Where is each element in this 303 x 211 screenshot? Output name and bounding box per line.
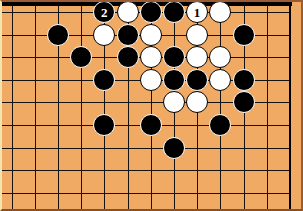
white-stone: 1	[186, 2, 208, 23]
white-stone	[163, 91, 185, 113]
black-stone	[163, 137, 185, 159]
grid-line-vertical	[12, 4, 13, 209]
white-stone	[140, 24, 162, 46]
white-stone	[186, 91, 208, 113]
white-stone	[209, 2, 231, 23]
black-stone	[163, 46, 185, 68]
white-stone	[140, 46, 162, 68]
black-stone	[70, 46, 92, 68]
grid-line-horizontal	[2, 193, 291, 194]
white-stone	[140, 69, 162, 91]
black-stone	[186, 69, 208, 91]
stone-move-number: 1	[194, 6, 201, 19]
white-stone	[117, 2, 139, 23]
black-stone	[140, 2, 162, 23]
black-stone	[163, 2, 185, 23]
black-stone	[209, 114, 231, 136]
grid-line-vertical	[81, 4, 82, 209]
black-stone	[47, 24, 69, 46]
black-stone	[233, 24, 255, 46]
grid-line-horizontal	[2, 170, 291, 171]
grid-line-vertical	[35, 4, 36, 209]
black-stone: 2	[93, 2, 115, 23]
white-stone	[209, 46, 231, 68]
go-board: 21	[2, 2, 301, 209]
grid-line-vertical	[267, 4, 268, 209]
white-stone	[209, 69, 231, 91]
black-stone	[93, 114, 115, 136]
black-stone	[117, 24, 139, 46]
grid-line-vertical	[220, 4, 221, 209]
white-stone	[186, 46, 208, 68]
board-right-edge	[289, 4, 291, 209]
white-stone	[93, 24, 115, 46]
black-stone	[140, 114, 162, 136]
diagram-frame: 21	[0, 0, 303, 211]
stone-move-number: 2	[101, 6, 108, 19]
black-stone	[117, 46, 139, 68]
black-stone	[233, 91, 255, 113]
black-stone	[163, 69, 185, 91]
black-stone	[233, 69, 255, 91]
white-stone	[186, 24, 208, 46]
black-stone	[93, 69, 115, 91]
grid-line-horizontal	[2, 148, 291, 149]
